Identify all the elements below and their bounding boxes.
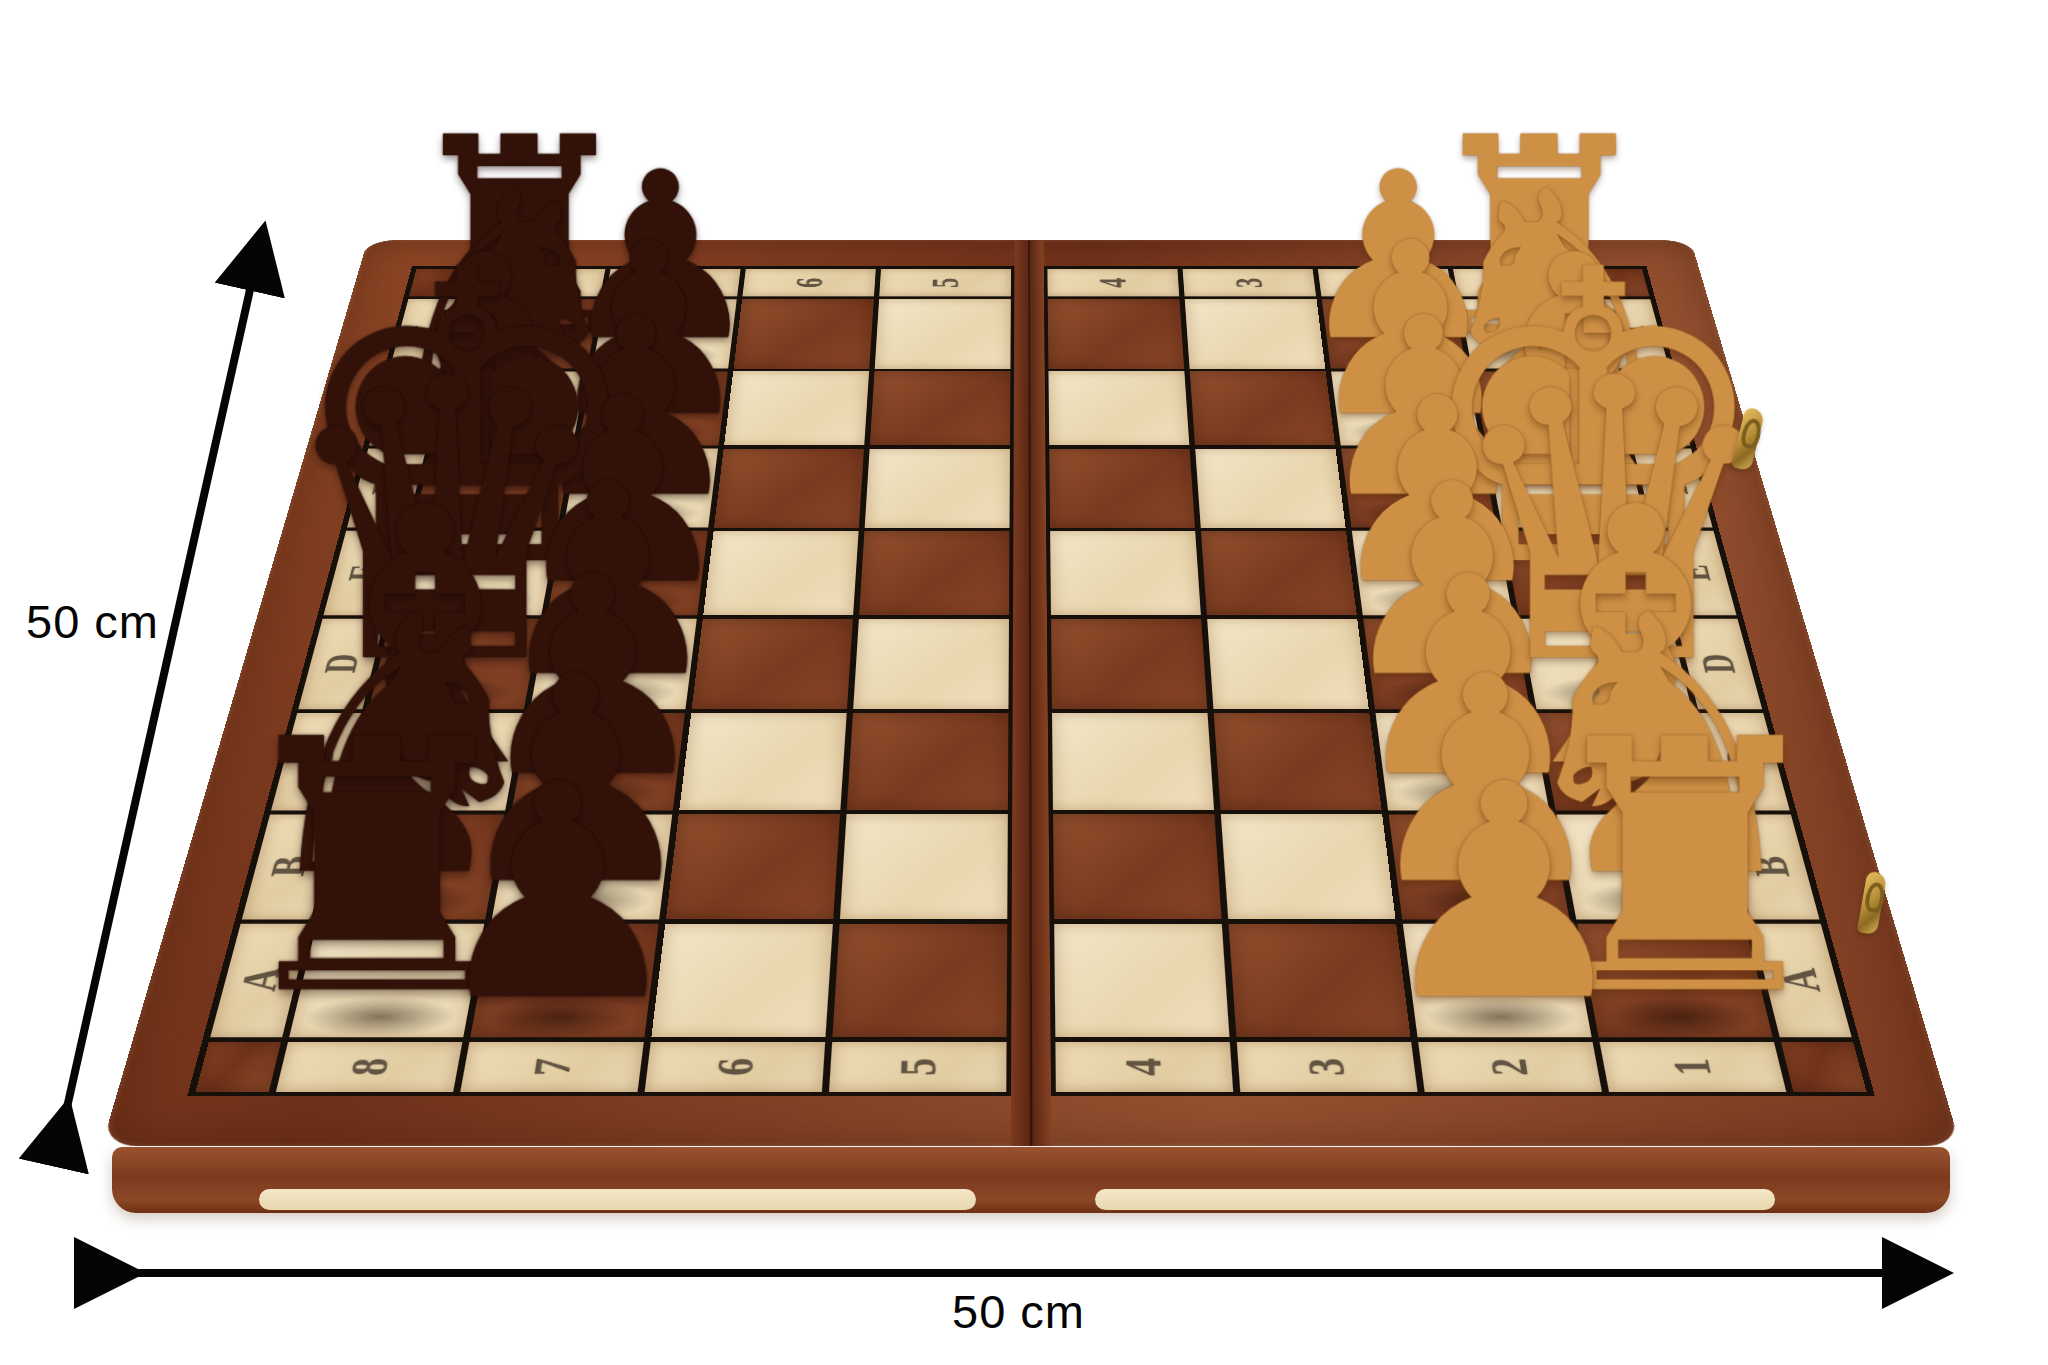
square-f4 — [1049, 449, 1195, 528]
square-g8: ♞ — [433, 371, 587, 445]
square-f5 — [865, 449, 1010, 528]
square-h3 — [1185, 299, 1326, 368]
border-corner — [1781, 1042, 1867, 1092]
chess-board: 87654321H♜♟♟♜HG♞♟♟♞GF♝♟♟♝FE♚♟♟♚ED♛♟♟♛DC♝… — [102, 240, 1961, 1146]
square-g7: ♟ — [578, 371, 727, 445]
piece-shadow — [459, 344, 583, 369]
square-c7: ♟ — [512, 713, 685, 810]
square-f3 — [1195, 449, 1345, 528]
product-photo: 50 cm 50 cm 87654321H♜♟♟♜HG♞♟♟♞GF♝♟♟♝FE♚… — [0, 0, 2048, 1365]
square-c8: ♝ — [344, 713, 523, 810]
square-e5 — [859, 531, 1009, 615]
rank-label-2: 2 — [1418, 1042, 1602, 1092]
piece-shadow — [587, 419, 714, 445]
file-label-h: H — [390, 299, 463, 368]
square-e3 — [1201, 531, 1357, 615]
piece-shadow — [1356, 500, 1487, 528]
square-a1: ♜ — [1577, 924, 1773, 1037]
square-g5 — [870, 371, 1011, 445]
file-label-text: E — [338, 564, 392, 581]
file-label-text: F — [1646, 480, 1698, 494]
square-e4 — [1050, 531, 1201, 615]
rank-label-text: 8 — [514, 278, 561, 288]
piece-shadow — [601, 344, 724, 369]
piece-black-pawn: ♟ — [490, 456, 726, 707]
square-g2: ♟ — [1331, 371, 1481, 445]
square-c2: ♟ — [1375, 713, 1549, 810]
file-label-text: D — [1690, 654, 1747, 673]
piece-shadow — [1475, 344, 1599, 369]
piece-shadow — [421, 500, 554, 528]
rank-label-7: 7 — [460, 1042, 643, 1092]
rank-label-text: 1 — [1660, 1058, 1724, 1076]
rank-label-7: 7 — [606, 269, 741, 296]
file-label-text: C — [1714, 751, 1773, 772]
piece-shadow — [539, 677, 680, 709]
rank-label-5: 5 — [879, 269, 1011, 296]
rank-label-text: 6 — [705, 1058, 766, 1076]
file-label-d: D — [1675, 619, 1762, 710]
square-d8: ♛ — [369, 619, 541, 710]
piece-shadow — [1522, 585, 1660, 615]
piece-shadow — [1336, 344, 1459, 369]
rank-label-text: 7 — [650, 278, 696, 288]
piece-shadow — [1380, 677, 1521, 709]
square-a2: ♟ — [1403, 924, 1592, 1037]
square-e6 — [703, 531, 858, 615]
square-h2: ♟ — [1322, 299, 1467, 368]
file-label-text: E — [1667, 564, 1721, 581]
square-c5 — [847, 713, 1009, 810]
piece-shadow — [572, 500, 703, 528]
rank-label-text: 3 — [1226, 278, 1271, 288]
square-h1: ♜ — [1459, 299, 1608, 368]
piece-shadow — [1407, 882, 1559, 919]
file-label-text: F — [361, 480, 413, 494]
rank-label-text: 5 — [923, 278, 968, 288]
square-a6 — [651, 924, 833, 1037]
square-d5 — [853, 619, 1009, 710]
file-label-text: A — [229, 967, 293, 991]
square-f7: ♟ — [563, 449, 718, 528]
rank-label-4: 4 — [1055, 1042, 1233, 1092]
square-g1: ♞ — [1472, 371, 1626, 445]
border-corner — [1588, 269, 1649, 296]
square-b5 — [840, 814, 1008, 919]
piece-shadow — [300, 997, 461, 1037]
piece-shadow — [1579, 882, 1733, 919]
square-g6 — [724, 371, 869, 445]
square-b4 — [1053, 814, 1221, 919]
square-b2: ♟ — [1389, 814, 1570, 919]
square-d3 — [1207, 619, 1369, 710]
rank-label-text: 2 — [1362, 278, 1408, 288]
square-a7: ♟ — [470, 924, 658, 1037]
square-f6 — [714, 449, 864, 528]
square-a3 — [1228, 924, 1410, 1037]
file-label-g: G — [369, 371, 445, 445]
rank-label-1: 1 — [1453, 269, 1590, 296]
file-label-d: D — [298, 619, 384, 710]
piece-white-pawn: ♟ — [1334, 456, 1570, 707]
square-e8: ♚ — [391, 531, 557, 615]
piece-shadow — [1559, 776, 1707, 811]
border-corner — [196, 1042, 281, 1092]
rank-label-2: 2 — [1318, 269, 1453, 296]
file-label-text: C — [287, 751, 346, 772]
file-label-text: B — [259, 856, 320, 877]
square-e7: ♟ — [547, 531, 707, 615]
piece-shadow — [1505, 500, 1638, 528]
square-c4 — [1052, 713, 1214, 810]
piece-shadow — [481, 997, 639, 1037]
rank-label-text: 3 — [1296, 1058, 1358, 1076]
piece-shadow — [378, 677, 521, 709]
square-b7: ♟ — [492, 814, 673, 919]
rank-label-4: 4 — [1047, 269, 1179, 296]
piece-shadow — [1540, 677, 1683, 709]
rank-label-text: 8 — [338, 1058, 402, 1076]
file-label-text: D — [314, 654, 371, 673]
square-a4 — [1054, 924, 1229, 1037]
file-label-text: H — [1607, 325, 1657, 341]
square-h4 — [1048, 299, 1184, 368]
rank-label-3: 3 — [1183, 269, 1317, 296]
square-e2: ♟ — [1352, 531, 1513, 615]
rank-label-1: 1 — [1600, 1042, 1787, 1092]
square-d6 — [692, 619, 853, 710]
file-label-text: B — [1741, 856, 1802, 877]
square-b1: ♞ — [1556, 814, 1743, 919]
square-c3 — [1214, 713, 1382, 810]
piece-shadow — [521, 776, 667, 811]
rank-label-8: 8 — [276, 1042, 462, 1092]
rank-label-text: 1 — [1498, 278, 1545, 288]
rank-label-3: 3 — [1237, 1042, 1418, 1092]
square-d1: ♛ — [1519, 619, 1691, 710]
file-label-f: F — [1633, 449, 1713, 528]
square-f1: ♝ — [1487, 449, 1647, 528]
rank-label-text: 7 — [521, 1058, 583, 1076]
scene: 87654321H♜♟♟♜HG♞♟♟♞GF♝♟♟♝FE♚♟♟♚ED♛♟♟♛DC♝… — [0, 0, 2048, 1365]
rank-label-8: 8 — [469, 269, 606, 296]
square-g3 — [1190, 371, 1335, 445]
square-g4 — [1048, 371, 1189, 445]
rank-label-6: 6 — [645, 1042, 826, 1092]
square-d7: ♟ — [530, 619, 697, 710]
file-label-text: A — [1769, 967, 1833, 991]
rank-label-text: 4 — [1091, 278, 1136, 288]
file-label-text: G — [1626, 399, 1677, 416]
piece-shadow — [328, 882, 482, 919]
square-h5 — [875, 299, 1011, 368]
square-a5 — [832, 924, 1007, 1037]
piece-shadow — [441, 419, 569, 445]
rank-label-text: 4 — [1113, 1058, 1173, 1076]
square-e1: ♚ — [1503, 531, 1669, 615]
piece-shadow — [1601, 997, 1762, 1037]
piece-shadow — [354, 776, 502, 811]
rank-label-5: 5 — [829, 1042, 1007, 1092]
border-corner — [409, 269, 470, 296]
square-b3 — [1221, 814, 1396, 919]
piece-shadow — [1490, 419, 1618, 445]
piece-shadow — [1368, 585, 1504, 615]
square-h7: ♟ — [592, 299, 736, 368]
rank-label-text: 6 — [787, 278, 832, 288]
piece-shadow — [1423, 997, 1582, 1037]
rank-label-text: 5 — [888, 1058, 948, 1076]
piece-shadow — [400, 585, 538, 615]
square-d4 — [1051, 619, 1207, 710]
square-c6 — [679, 713, 846, 810]
piece-shadow — [556, 585, 692, 615]
square-h6 — [734, 299, 874, 368]
square-f2: ♟ — [1341, 449, 1496, 528]
square-d2: ♟ — [1363, 619, 1530, 710]
square-b6 — [666, 814, 840, 919]
piece-shadow — [1393, 776, 1539, 811]
square-f8: ♝ — [413, 449, 572, 528]
file-label-text: G — [382, 399, 433, 416]
square-h8: ♜ — [451, 299, 600, 368]
piece-shadow — [1346, 419, 1473, 445]
square-a8: ♜ — [289, 924, 484, 1037]
rank-label-text: 2 — [1478, 1058, 1541, 1076]
file-label-text: H — [402, 325, 452, 341]
square-c1: ♝ — [1537, 713, 1717, 810]
file-label-e: E — [1654, 531, 1737, 615]
file-label-h: H — [1596, 299, 1669, 368]
rank-label-6: 6 — [742, 269, 875, 296]
piece-shadow — [502, 882, 654, 919]
square-b8: ♞ — [318, 814, 505, 919]
file-label-g: G — [1614, 371, 1690, 445]
